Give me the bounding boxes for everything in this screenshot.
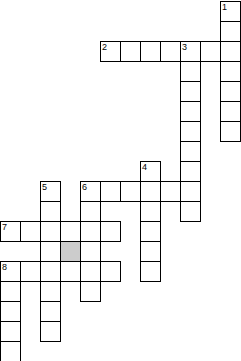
grid-cell[interactable] xyxy=(220,21,241,42)
crossword-board: 12345678 xyxy=(0,0,241,361)
grid-cell[interactable] xyxy=(140,181,161,202)
grid-cell[interactable] xyxy=(40,321,61,342)
clue-number: 6 xyxy=(82,182,87,192)
grid-cell[interactable] xyxy=(20,221,41,242)
grid-cell[interactable]: 8 xyxy=(0,261,21,282)
grid-cell[interactable] xyxy=(80,261,101,282)
grid-cell[interactable]: 7 xyxy=(0,221,21,242)
grid-cell[interactable]: 3 xyxy=(180,41,201,62)
grid-cell[interactable] xyxy=(40,281,61,302)
grid-cell[interactable] xyxy=(180,101,201,122)
grid-cell[interactable] xyxy=(0,301,21,322)
clue-number: 3 xyxy=(182,42,187,52)
clue-number: 4 xyxy=(142,162,147,172)
grid-cell[interactable] xyxy=(0,321,21,342)
grid-cell[interactable] xyxy=(120,181,141,202)
clue-number: 1 xyxy=(222,2,227,12)
grid-cell[interactable] xyxy=(0,341,21,361)
grid-cell[interactable] xyxy=(180,121,201,142)
grid-cell[interactable] xyxy=(140,241,161,262)
grid-cell[interactable]: 1 xyxy=(220,1,241,22)
clue-number: 5 xyxy=(42,182,47,192)
grid-cell[interactable] xyxy=(220,41,241,62)
grid-cell[interactable] xyxy=(220,81,241,102)
grid-cell[interactable] xyxy=(20,261,41,282)
grid-cell[interactable] xyxy=(220,121,241,142)
grid-cell[interactable] xyxy=(60,261,81,282)
grid-cell[interactable] xyxy=(120,41,141,62)
grid-cell[interactable] xyxy=(140,261,161,282)
grid-cell[interactable] xyxy=(140,201,161,222)
clue-number: 7 xyxy=(2,222,7,232)
grid-cell[interactable] xyxy=(40,301,61,322)
grid-cell[interactable] xyxy=(180,61,201,82)
grid-cell[interactable] xyxy=(40,241,61,262)
grid-cell[interactable] xyxy=(80,201,101,222)
clue-number: 2 xyxy=(102,42,107,52)
grid-cell[interactable]: 2 xyxy=(100,41,121,62)
grid-cell[interactable]: 5 xyxy=(40,181,61,202)
clue-number: 8 xyxy=(2,262,7,272)
grid-cell[interactable] xyxy=(80,281,101,302)
grid-cell[interactable] xyxy=(100,221,121,242)
grid-cell[interactable] xyxy=(100,181,121,202)
grid-cell[interactable] xyxy=(220,101,241,122)
grid-cell[interactable] xyxy=(220,61,241,82)
grid-cell[interactable] xyxy=(180,81,201,102)
grid-cell[interactable] xyxy=(40,261,61,282)
grid-cell[interactable] xyxy=(180,181,201,202)
gray-cell xyxy=(60,241,81,262)
grid-cell[interactable] xyxy=(160,181,181,202)
grid-cell[interactable] xyxy=(180,141,201,162)
grid-cell[interactable] xyxy=(100,261,121,282)
grid-cell[interactable] xyxy=(180,201,201,222)
grid-cell[interactable] xyxy=(60,221,81,242)
grid-cell[interactable] xyxy=(0,281,21,302)
grid-cell[interactable] xyxy=(200,41,221,62)
grid-cell[interactable] xyxy=(80,221,101,242)
grid-cell[interactable] xyxy=(140,41,161,62)
grid-cell[interactable] xyxy=(80,241,101,262)
grid-cell[interactable] xyxy=(40,221,61,242)
grid-cell[interactable]: 6 xyxy=(80,181,101,202)
grid-cell[interactable] xyxy=(160,41,181,62)
grid-cell[interactable] xyxy=(140,221,161,242)
grid-cell[interactable] xyxy=(180,161,201,182)
grid-cell[interactable]: 4 xyxy=(140,161,161,182)
grid-cell[interactable] xyxy=(40,201,61,222)
